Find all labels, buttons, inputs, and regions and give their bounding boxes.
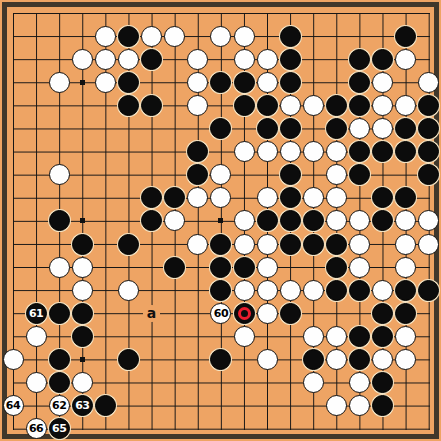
white-stone: [280, 95, 301, 116]
black-stone: [349, 49, 370, 70]
black-stone: [418, 164, 439, 185]
white-stone: [49, 164, 70, 185]
white-stone: [395, 326, 416, 347]
move-66-stone: 66: [26, 418, 47, 439]
black-stone: [72, 326, 93, 347]
black-stone: [326, 234, 347, 255]
star-point: [218, 218, 223, 223]
go-board[interactable]: 61606462636665a: [0, 0, 441, 441]
black-stone: [326, 118, 347, 139]
black-stone: [118, 95, 139, 116]
white-stone: [187, 234, 208, 255]
black-stone: [303, 349, 324, 370]
white-stone: [372, 72, 393, 93]
white-stone: [3, 349, 24, 370]
marked-stone-red-circle: [234, 303, 255, 324]
black-stone: [118, 72, 139, 93]
white-stone: [418, 210, 439, 231]
black-stone: [372, 303, 393, 324]
white-stone: [372, 349, 393, 370]
white-stone: [141, 26, 162, 47]
white-stone: [326, 141, 347, 162]
white-stone: [303, 326, 324, 347]
black-stone: [49, 372, 70, 393]
move-number-label: 63: [75, 400, 89, 411]
black-stone: [72, 234, 93, 255]
red-circle-marker: [238, 307, 251, 320]
move-number-label: 60: [214, 308, 228, 319]
white-stone: [257, 49, 278, 70]
white-stone: [118, 280, 139, 301]
white-stone: [326, 326, 347, 347]
black-stone: [234, 257, 255, 278]
black-stone: [234, 95, 255, 116]
white-stone: [257, 234, 278, 255]
black-stone: [326, 280, 347, 301]
move-number-label: 65: [52, 423, 66, 434]
black-stone: [95, 395, 116, 416]
black-stone: [418, 280, 439, 301]
white-stone: [326, 395, 347, 416]
black-stone: [49, 349, 70, 370]
white-stone: [372, 280, 393, 301]
black-stone: [418, 141, 439, 162]
black-stone: [349, 72, 370, 93]
white-stone: [418, 234, 439, 255]
black-stone: [118, 349, 139, 370]
move-number-label: 61: [29, 308, 43, 319]
black-stone: [326, 95, 347, 116]
point-label-a: a: [141, 303, 162, 324]
white-stone: [187, 72, 208, 93]
white-stone: [257, 187, 278, 208]
white-stone: [26, 372, 47, 393]
black-stone: [210, 257, 231, 278]
white-stone: [303, 141, 324, 162]
black-stone: [395, 26, 416, 47]
white-stone: [349, 372, 370, 393]
white-stone: [257, 72, 278, 93]
white-stone: [118, 49, 139, 70]
white-stone: [395, 49, 416, 70]
black-stone: [257, 210, 278, 231]
white-stone: [303, 280, 324, 301]
white-stone: [257, 303, 278, 324]
black-stone: [141, 95, 162, 116]
black-stone: [349, 141, 370, 162]
move-number-label: 66: [29, 423, 43, 434]
white-stone: [95, 49, 116, 70]
black-stone: [372, 49, 393, 70]
white-stone: [372, 118, 393, 139]
white-stone: [234, 234, 255, 255]
white-stone: [234, 141, 255, 162]
black-stone: [395, 280, 416, 301]
white-stone: [72, 372, 93, 393]
black-stone: [118, 234, 139, 255]
white-stone: [326, 164, 347, 185]
black-stone: [280, 303, 301, 324]
white-stone: [49, 72, 70, 93]
white-stone: [395, 257, 416, 278]
black-stone: [72, 303, 93, 324]
white-stone: [49, 257, 70, 278]
black-stone: [395, 303, 416, 324]
white-stone: [164, 26, 185, 47]
white-stone: [72, 49, 93, 70]
star-point: [80, 80, 85, 85]
move-64-stone: 64: [3, 395, 24, 416]
black-stone: [326, 257, 347, 278]
black-stone: [49, 303, 70, 324]
move-62-stone: 62: [49, 395, 70, 416]
black-stone: [349, 280, 370, 301]
white-stone: [210, 26, 231, 47]
black-stone: [257, 118, 278, 139]
black-stone: [257, 95, 278, 116]
star-point: [80, 218, 85, 223]
white-stone: [349, 257, 370, 278]
black-stone: [372, 326, 393, 347]
white-stone: [234, 49, 255, 70]
white-stone: [280, 141, 301, 162]
white-stone: [349, 118, 370, 139]
white-stone: [395, 234, 416, 255]
black-stone: [418, 118, 439, 139]
star-point: [80, 357, 85, 362]
white-stone: [234, 280, 255, 301]
black-stone: [280, 234, 301, 255]
white-stone: [234, 26, 255, 47]
black-stone: [280, 187, 301, 208]
black-stone: [49, 210, 70, 231]
move-63-stone: 63: [72, 395, 93, 416]
white-stone: [26, 326, 47, 347]
white-stone: [303, 372, 324, 393]
black-stone: [210, 280, 231, 301]
white-stone: [95, 26, 116, 47]
black-stone: [349, 326, 370, 347]
black-stone: [418, 95, 439, 116]
black-stone: [118, 26, 139, 47]
white-stone: [303, 95, 324, 116]
move-61-stone: 61: [26, 303, 47, 324]
move-number-label: 62: [52, 400, 66, 411]
white-stone: [234, 210, 255, 231]
white-stone: [72, 257, 93, 278]
black-stone: [164, 257, 185, 278]
white-stone: [95, 72, 116, 93]
white-stone: [257, 141, 278, 162]
black-stone: [280, 49, 301, 70]
black-stone: [280, 72, 301, 93]
white-stone: [303, 187, 324, 208]
white-stone: [72, 280, 93, 301]
black-stone: [280, 26, 301, 47]
white-stone: [326, 349, 347, 370]
black-stone: [349, 95, 370, 116]
move-number-label: 64: [6, 400, 20, 411]
move-65-stone: 65: [49, 418, 70, 439]
black-stone: [280, 164, 301, 185]
white-stone: [257, 349, 278, 370]
white-stone: [418, 72, 439, 93]
black-stone: [349, 349, 370, 370]
white-stone: [372, 95, 393, 116]
black-stone: [141, 49, 162, 70]
black-stone: [234, 72, 255, 93]
white-stone: [280, 280, 301, 301]
black-stone: [280, 118, 301, 139]
white-stone: [257, 257, 278, 278]
white-stone: [257, 280, 278, 301]
black-stone: [303, 234, 324, 255]
white-stone: [234, 326, 255, 347]
white-stone: [395, 95, 416, 116]
black-stone: [210, 234, 231, 255]
black-stone: [280, 210, 301, 231]
white-stone: [187, 49, 208, 70]
white-stone: [349, 234, 370, 255]
